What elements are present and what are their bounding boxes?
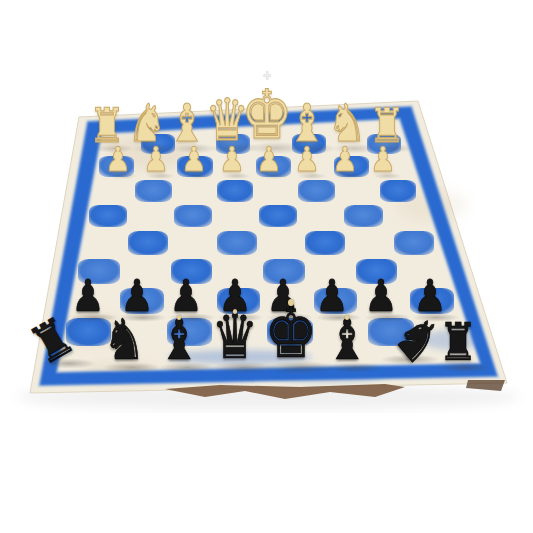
board-surface [30, 101, 507, 393]
torn-edge-right [466, 380, 505, 391]
chess-board-photo: ♜♞♝♚✚♛♝♞♜♟♟♟♟♟♟♟♟♟♟♟♟♟♟♟♟♜♞♝♚♛♝♞♜ [0, 0, 533, 533]
board-background [0, 0, 533, 533]
